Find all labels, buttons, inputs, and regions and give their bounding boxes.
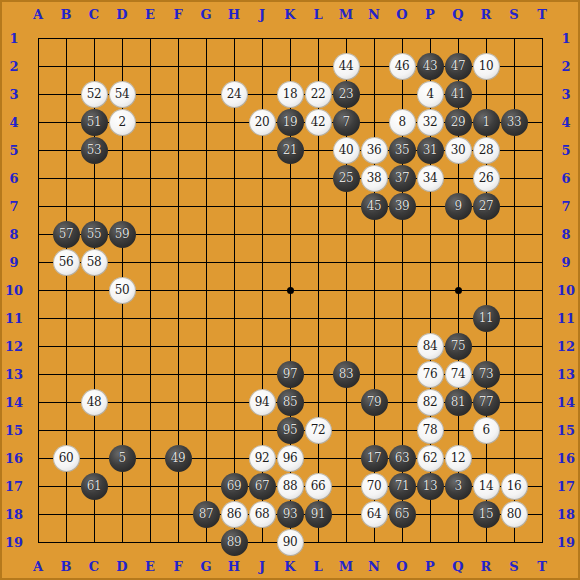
stone-black-47-Q2: 47: [445, 53, 472, 80]
stone-black-13-P17: 13: [417, 473, 444, 500]
row-label-15: 15: [552, 416, 580, 444]
stone-white-40-M5: 40: [333, 137, 360, 164]
stone-white-54-D3: 54: [109, 81, 136, 108]
stone-white-18-K3: 18: [277, 81, 304, 108]
stone-black-51-C4: 51: [81, 109, 108, 136]
row-label-11: 11: [552, 304, 580, 332]
stone-black-45-N7: 45: [361, 193, 388, 220]
stone-white-78-P15: 78: [417, 417, 444, 444]
row-label-8: 8: [552, 220, 580, 248]
stone-white-90-K19: 90: [277, 529, 304, 556]
stone-white-64-N18: 64: [361, 501, 388, 528]
stone-black-25-M6: 25: [333, 165, 360, 192]
stone-black-3-Q17: 3: [445, 473, 472, 500]
stone-black-75-Q12: 75: [445, 333, 472, 360]
col-label-A: A: [24, 552, 52, 580]
stone-white-72-L15: 72: [305, 417, 332, 444]
col-label-D: D: [108, 552, 136, 580]
col-label-S: S: [500, 552, 528, 580]
column-labels-bottom: ABCDEFGHJKLMNOPQRST: [24, 552, 556, 580]
stone-white-6-R15: 6: [473, 417, 500, 444]
row-label-6: 6: [552, 164, 580, 192]
stone-white-60-B16: 60: [53, 445, 80, 472]
stone-white-58-C9: 58: [81, 249, 108, 276]
stone-black-69-H17: 69: [221, 473, 248, 500]
stone-white-92-J16: 92: [249, 445, 276, 472]
stone-white-38-N6: 38: [361, 165, 388, 192]
stone-black-41-Q3: 41: [445, 81, 472, 108]
stone-black-23-M3: 23: [333, 81, 360, 108]
stone-black-59-D8: 59: [109, 221, 136, 248]
row-label-17: 17: [552, 472, 580, 500]
stone-black-1-R4: 1: [473, 109, 500, 136]
row-label-5: 5: [552, 136, 580, 164]
stone-white-2-D4: 2: [109, 109, 136, 136]
stone-white-36-N5: 36: [361, 137, 388, 164]
stone-black-7-M4: 7: [333, 109, 360, 136]
stone-black-39-O7: 39: [389, 193, 416, 220]
stone-white-62-P16: 62: [417, 445, 444, 472]
stone-black-97-K13: 97: [277, 361, 304, 388]
stone-black-85-K14: 85: [277, 389, 304, 416]
row-label-16: 16: [552, 444, 580, 472]
stones-layer: 1234567891011121314151617181920212223242…: [24, 24, 556, 556]
row-label-13: 13: [552, 360, 580, 388]
stone-white-24-H3: 24: [221, 81, 248, 108]
col-label-O: O: [388, 552, 416, 580]
stone-white-8-O4: 8: [389, 109, 416, 136]
stone-black-43-P2: 43: [417, 53, 444, 80]
row-label-19: 19: [552, 528, 580, 556]
stone-white-66-L17: 66: [305, 473, 332, 500]
stone-black-29-Q4: 29: [445, 109, 472, 136]
row-labels-right: 12345678910111213141516171819: [552, 24, 580, 556]
stone-black-33-S4: 33: [501, 109, 528, 136]
stone-black-95-K15: 95: [277, 417, 304, 444]
col-label-L: L: [304, 552, 332, 580]
row-label-2: 2: [552, 52, 580, 80]
stone-white-52-C3: 52: [81, 81, 108, 108]
stone-black-53-C5: 53: [81, 137, 108, 164]
stone-white-4-P3: 4: [417, 81, 444, 108]
col-label-R: R: [472, 552, 500, 580]
stone-white-42-L4: 42: [305, 109, 332, 136]
col-label-B: B: [52, 552, 80, 580]
col-label-F: F: [164, 552, 192, 580]
stone-black-37-O6: 37: [389, 165, 416, 192]
stone-black-63-O16: 63: [389, 445, 416, 472]
stone-white-96-K16: 96: [277, 445, 304, 472]
stone-white-80-S18: 80: [501, 501, 528, 528]
stone-white-48-C14: 48: [81, 389, 108, 416]
row-label-7: 7: [552, 192, 580, 220]
stone-white-50-D10: 50: [109, 277, 136, 304]
stone-white-56-B9: 56: [53, 249, 80, 276]
col-label-K: K: [276, 552, 304, 580]
stone-white-20-J4: 20: [249, 109, 276, 136]
stone-white-76-P13: 76: [417, 361, 444, 388]
row-label-3: 3: [552, 80, 580, 108]
stone-black-49-F16: 49: [165, 445, 192, 472]
stone-black-31-P5: 31: [417, 137, 444, 164]
stone-white-32-P4: 32: [417, 109, 444, 136]
stone-black-61-C17: 61: [81, 473, 108, 500]
stone-black-77-R14: 77: [473, 389, 500, 416]
stone-black-9-Q7: 9: [445, 193, 472, 220]
row-label-4: 4: [552, 108, 580, 136]
row-label-9: 9: [552, 248, 580, 276]
stone-white-30-Q5: 30: [445, 137, 472, 164]
col-label-E: E: [136, 552, 164, 580]
stone-white-44-M2: 44: [333, 53, 360, 80]
stone-black-5-D16: 5: [109, 445, 136, 472]
col-label-N: N: [360, 552, 388, 580]
stone-black-35-O5: 35: [389, 137, 416, 164]
stone-black-91-L18: 91: [305, 501, 332, 528]
stone-black-89-H19: 89: [221, 529, 248, 556]
stone-white-14-R17: 14: [473, 473, 500, 500]
stone-white-10-R2: 10: [473, 53, 500, 80]
col-label-T: T: [528, 552, 556, 580]
col-label-Q: Q: [444, 552, 472, 580]
stone-white-84-P12: 84: [417, 333, 444, 360]
col-label-C: C: [80, 552, 108, 580]
stone-black-67-J17: 67: [249, 473, 276, 500]
col-label-J: J: [248, 552, 276, 580]
row-label-18: 18: [552, 500, 580, 528]
stone-black-65-O18: 65: [389, 501, 416, 528]
stone-black-71-O17: 71: [389, 473, 416, 500]
stone-black-17-N16: 17: [361, 445, 388, 472]
stone-black-87-G18: 87: [193, 501, 220, 528]
stone-white-46-O2: 46: [389, 53, 416, 80]
stone-white-86-H18: 86: [221, 501, 248, 528]
stone-white-22-L3: 22: [305, 81, 332, 108]
col-label-M: M: [332, 552, 360, 580]
row-label-12: 12: [552, 332, 580, 360]
stone-white-68-J18: 68: [249, 501, 276, 528]
stone-white-12-Q16: 12: [445, 445, 472, 472]
stone-black-73-R13: 73: [473, 361, 500, 388]
stone-white-94-J14: 94: [249, 389, 276, 416]
stone-black-79-N14: 79: [361, 389, 388, 416]
stone-black-19-K4: 19: [277, 109, 304, 136]
row-label-10: 10: [552, 276, 580, 304]
stone-black-15-R18: 15: [473, 501, 500, 528]
stone-black-27-R7: 27: [473, 193, 500, 220]
stone-black-81-Q14: 81: [445, 389, 472, 416]
stone-white-28-R5: 28: [473, 137, 500, 164]
col-label-G: G: [192, 552, 220, 580]
stone-white-88-K17: 88: [277, 473, 304, 500]
stone-white-26-R6: 26: [473, 165, 500, 192]
stone-black-21-K5: 21: [277, 137, 304, 164]
row-label-1: 1: [552, 24, 580, 52]
stone-white-34-P6: 34: [417, 165, 444, 192]
stone-black-83-M13: 83: [333, 361, 360, 388]
stone-black-57-B8: 57: [53, 221, 80, 248]
stone-black-55-C8: 55: [81, 221, 108, 248]
go-board: ABCDEFGHJKLMNOPQRST ABCDEFGHJKLMNOPQRST …: [0, 0, 580, 580]
stone-black-93-K18: 93: [277, 501, 304, 528]
stone-white-16-S17: 16: [501, 473, 528, 500]
stone-white-82-P14: 82: [417, 389, 444, 416]
col-label-P: P: [416, 552, 444, 580]
col-label-H: H: [220, 552, 248, 580]
stone-white-70-N17: 70: [361, 473, 388, 500]
stone-white-74-Q13: 74: [445, 361, 472, 388]
stone-black-11-R11: 11: [473, 305, 500, 332]
row-label-14: 14: [552, 388, 580, 416]
